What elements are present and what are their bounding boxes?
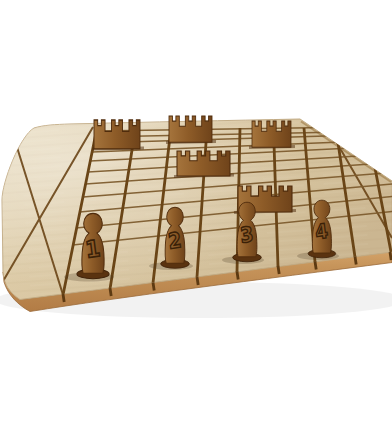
board-scene: 1 2 3 4 xyxy=(0,0,392,448)
castle-gate-2[interactable] xyxy=(169,116,212,142)
photo-stage: 1 2 3 4 xyxy=(0,0,392,448)
